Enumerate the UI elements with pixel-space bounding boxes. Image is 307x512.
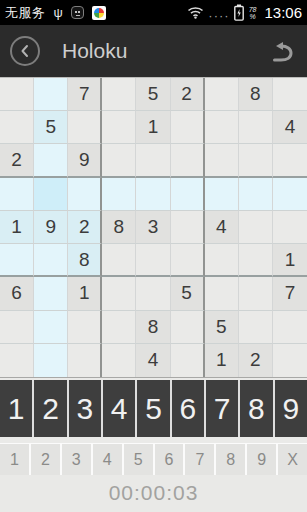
- cell-r8c5[interactable]: 8: [136, 311, 170, 344]
- wifi-icon: [187, 6, 204, 19]
- given-digit: 2: [181, 83, 192, 105]
- given-digit: 8: [148, 316, 159, 338]
- cell-r8c6[interactable]: [171, 311, 205, 344]
- cell-r6c3[interactable]: 8: [68, 244, 102, 277]
- sudoku-app-screen: 无服务 ψ ···· 78% 13:06: [0, 0, 307, 512]
- cell-r2c7[interactable]: [205, 111, 239, 144]
- cell-r1c9[interactable]: [273, 78, 307, 111]
- cell-r9c2[interactable]: [34, 344, 68, 377]
- given-digit: 7: [285, 282, 296, 304]
- given-digit: 5: [45, 116, 56, 138]
- cell-r5c8[interactable]: [239, 211, 273, 244]
- usb-icon: ψ: [54, 5, 63, 20]
- cell-r9c7[interactable]: 1: [205, 344, 239, 377]
- cell-r2c3[interactable]: [68, 111, 102, 144]
- app-notification-icon: [92, 6, 106, 20]
- given-digit: 1: [11, 216, 22, 238]
- battery-charging-icon: [234, 4, 244, 21]
- cell-r9c8[interactable]: 2: [239, 344, 273, 377]
- given-digit: 1: [148, 116, 159, 138]
- given-digit: 5: [148, 83, 159, 105]
- no-signal-dots-icon: ····: [208, 11, 229, 21]
- given-digit: 2: [250, 349, 261, 371]
- numpad-large-3[interactable]: 3: [69, 380, 101, 437]
- given-digit: 7: [79, 83, 90, 105]
- numpad-small-7[interactable]: 7: [185, 444, 214, 475]
- cell-r4c6[interactable]: [171, 178, 205, 211]
- cell-r1c4[interactable]: [102, 78, 136, 111]
- numpad-large-9[interactable]: 9: [275, 380, 307, 437]
- carrier-label: 无服务: [5, 4, 46, 22]
- numpad-large-1[interactable]: 1: [0, 380, 32, 437]
- given-digit: 9: [45, 216, 56, 238]
- cell-r8c3[interactable]: [68, 311, 102, 344]
- cell-r6c8[interactable]: [239, 244, 273, 277]
- cell-r5c9[interactable]: [273, 211, 307, 244]
- given-digit: 5: [216, 316, 227, 338]
- cell-r2c6[interactable]: [171, 111, 205, 144]
- given-digit: 1: [216, 349, 227, 371]
- cell-r4c2[interactable]: [34, 178, 68, 211]
- given-digit: 4: [216, 216, 227, 238]
- cell-r2c1[interactable]: [0, 111, 34, 144]
- cell-r9c3[interactable]: [68, 344, 102, 377]
- cell-r6c5[interactable]: [136, 244, 170, 277]
- given-digit: 5: [181, 282, 192, 304]
- numpad-small-6[interactable]: 6: [155, 444, 184, 475]
- cell-r7c7[interactable]: [205, 277, 239, 310]
- given-digit: 6: [11, 282, 22, 304]
- cell-r6c2[interactable]: [34, 244, 68, 277]
- battery-percent: 78%: [249, 6, 257, 20]
- sudoku-board: 75285142919283481615785412: [0, 77, 307, 378]
- cell-r2c2[interactable]: 5: [34, 111, 68, 144]
- cell-r4c4[interactable]: [102, 178, 136, 211]
- cell-r7c9[interactable]: 7: [273, 277, 307, 310]
- given-digit: 1: [79, 282, 90, 304]
- given-digit: 8: [114, 216, 125, 238]
- given-digit: 4: [285, 116, 296, 138]
- cell-r9c6[interactable]: [171, 344, 205, 377]
- numpad-large-6[interactable]: 6: [172, 380, 204, 437]
- cell-r3c4[interactable]: [102, 144, 136, 177]
- cell-r4c1[interactable]: [0, 178, 34, 211]
- cell-r4c8[interactable]: [239, 178, 273, 211]
- undo-button[interactable]: [263, 36, 297, 66]
- numpad-small-2[interactable]: 2: [31, 444, 60, 475]
- cell-r9c4[interactable]: [102, 344, 136, 377]
- numpad-small-X[interactable]: X: [278, 444, 307, 475]
- cell-r5c7[interactable]: 4: [205, 211, 239, 244]
- cell-r1c2[interactable]: [34, 78, 68, 111]
- cell-r2c9[interactable]: 4: [273, 111, 307, 144]
- numpad-small-5[interactable]: 5: [124, 444, 153, 475]
- status-bar: 无服务 ψ ···· 78% 13:06: [0, 0, 307, 25]
- numpad-small-1[interactable]: 1: [0, 444, 29, 475]
- cell-r9c9[interactable]: [273, 344, 307, 377]
- assistant-icon: [71, 6, 84, 19]
- cell-r5c3[interactable]: 2: [68, 211, 102, 244]
- numpad-large-4[interactable]: 4: [103, 380, 135, 437]
- cell-r3c1[interactable]: 2: [0, 144, 34, 177]
- cell-r4c7[interactable]: [205, 178, 239, 211]
- clock-time: 13:06: [264, 4, 302, 21]
- given-digit: 2: [79, 216, 90, 238]
- cell-r9c5[interactable]: 4: [136, 344, 170, 377]
- action-bar: Holoku: [0, 25, 307, 77]
- numpad-small-3[interactable]: 3: [62, 444, 91, 475]
- cell-r3c3[interactable]: 9: [68, 144, 102, 177]
- numpad-large: 123456789: [0, 380, 307, 437]
- cell-r6c4[interactable]: [102, 244, 136, 277]
- numpad-small-9[interactable]: 9: [247, 444, 276, 475]
- back-chevron-icon: [19, 43, 31, 59]
- cell-r3c6[interactable]: [171, 144, 205, 177]
- cell-r8c9[interactable]: [273, 311, 307, 344]
- cell-r6c7[interactable]: [205, 244, 239, 277]
- cell-r8c7[interactable]: 5: [205, 311, 239, 344]
- cell-r6c1[interactable]: [0, 244, 34, 277]
- timer-bar: 00:00:03: [0, 475, 307, 512]
- cell-r6c6[interactable]: [171, 244, 205, 277]
- cell-r5c4[interactable]: 8: [102, 211, 136, 244]
- cell-r7c3[interactable]: 1: [68, 277, 102, 310]
- app-title: Holoku: [62, 39, 263, 63]
- cell-r3c7[interactable]: [205, 144, 239, 177]
- cell-r3c8[interactable]: [239, 144, 273, 177]
- given-digit: 8: [250, 83, 261, 105]
- cell-r8c8[interactable]: [239, 311, 273, 344]
- back-button[interactable]: [10, 36, 40, 66]
- cell-r5c1[interactable]: 1: [0, 211, 34, 244]
- cell-r1c5[interactable]: 5: [136, 78, 170, 111]
- undo-icon: [266, 39, 294, 63]
- cell-r7c5[interactable]: [136, 277, 170, 310]
- cell-r2c4[interactable]: [102, 111, 136, 144]
- cell-r2c8[interactable]: [239, 111, 273, 144]
- numpad-large-8[interactable]: 8: [240, 380, 272, 437]
- cell-r7c1[interactable]: 6: [0, 277, 34, 310]
- cell-r5c6[interactable]: [171, 211, 205, 244]
- cell-r1c3[interactable]: 7: [68, 78, 102, 111]
- numpad-large-2[interactable]: 2: [34, 380, 66, 437]
- cell-r1c8[interactable]: 8: [239, 78, 273, 111]
- cell-r7c8[interactable]: [239, 277, 273, 310]
- given-digit: 9: [79, 149, 90, 171]
- cell-r7c2[interactable]: [34, 277, 68, 310]
- cell-r6c9[interactable]: 1: [273, 244, 307, 277]
- numpad-large-5[interactable]: 5: [137, 380, 169, 437]
- cell-r7c6[interactable]: 5: [171, 277, 205, 310]
- cell-r4c5[interactable]: [136, 178, 170, 211]
- numpad-large-7[interactable]: 7: [206, 380, 238, 437]
- cell-r9c1[interactable]: [0, 344, 34, 377]
- given-digit: 1: [285, 249, 296, 271]
- status-bar-right: ···· 78% 13:06: [187, 4, 302, 21]
- cell-r1c7[interactable]: [205, 78, 239, 111]
- given-digit: 4: [148, 349, 159, 371]
- cell-r2c5[interactable]: 1: [136, 111, 170, 144]
- cell-r8c1[interactable]: [0, 311, 34, 344]
- timer-value: 00:00:03: [109, 481, 199, 512]
- cell-r8c2[interactable]: [34, 311, 68, 344]
- cell-r5c2[interactable]: 9: [34, 211, 68, 244]
- cell-r8c4[interactable]: [102, 311, 136, 344]
- given-digit: 8: [79, 249, 90, 271]
- given-digit: 3: [148, 216, 159, 238]
- given-digit: 2: [11, 149, 22, 171]
- numpad-small: 123456789X: [0, 443, 307, 475]
- cell-r4c9[interactable]: [273, 178, 307, 211]
- cell-r1c6[interactable]: 2: [171, 78, 205, 111]
- cell-r4c3[interactable]: [68, 178, 102, 211]
- cell-r3c2[interactable]: [34, 144, 68, 177]
- cell-r3c5[interactable]: [136, 144, 170, 177]
- cell-r7c4[interactable]: [102, 277, 136, 310]
- cell-r3c9[interactable]: [273, 144, 307, 177]
- numpad-small-4[interactable]: 4: [93, 444, 122, 475]
- status-bar-left: 无服务 ψ: [5, 4, 106, 22]
- numpad-small-8[interactable]: 8: [216, 444, 245, 475]
- cell-r1c1[interactable]: [0, 78, 34, 111]
- cell-r5c5[interactable]: 3: [136, 211, 170, 244]
